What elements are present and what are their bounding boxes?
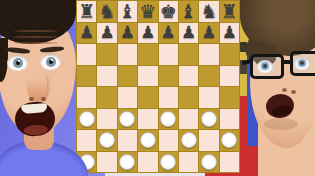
black-knight[interactable]: ♞ <box>200 2 217 21</box>
black-pawn[interactable]: ♟ <box>181 24 196 41</box>
square-f4[interactable] <box>179 87 198 108</box>
black-king[interactable]: ♚ <box>160 2 177 21</box>
square-g2[interactable] <box>199 130 218 151</box>
square-d6[interactable] <box>138 44 157 65</box>
square-g4[interactable] <box>199 87 218 108</box>
white-checker[interactable] <box>181 132 197 148</box>
square-g6[interactable] <box>199 44 218 65</box>
square-b7[interactable]: ♟ <box>97 23 116 44</box>
eye-glint <box>51 59 53 61</box>
chin-shadow <box>264 118 298 130</box>
black-bishop[interactable]: ♝ <box>180 2 197 21</box>
square-b5[interactable] <box>97 66 116 87</box>
white-checker[interactable] <box>119 111 135 127</box>
square-b1[interactable] <box>97 152 116 173</box>
square-e5[interactable] <box>159 66 178 87</box>
black-pawn[interactable]: ♟ <box>201 24 216 41</box>
square-f7[interactable]: ♟ <box>179 23 198 44</box>
forehead-wrinkle <box>13 36 57 38</box>
square-c7[interactable]: ♟ <box>118 23 137 44</box>
square-b2[interactable] <box>97 130 116 151</box>
left-portrait <box>0 0 100 176</box>
white-checker[interactable] <box>160 111 176 127</box>
square-c3[interactable] <box>118 109 137 130</box>
white-checker[interactable] <box>201 154 217 170</box>
thumbnail-canvas: ♜♞♝♛♚♝♞♜♟♟♟♟♟♟♟♟ <box>0 0 315 176</box>
square-b6[interactable] <box>97 44 116 65</box>
nostril <box>29 97 34 101</box>
nostril <box>41 97 46 101</box>
glasses-left-lens <box>250 54 284 79</box>
square-e2[interactable] <box>159 130 178 151</box>
white-checker[interactable] <box>160 154 176 170</box>
glasses-bridge <box>282 60 292 64</box>
square-c5[interactable] <box>118 66 137 87</box>
black-pawn[interactable]: ♟ <box>161 24 176 41</box>
square-e6[interactable] <box>159 44 178 65</box>
square-b8[interactable]: ♞ <box>97 1 116 22</box>
square-f6[interactable] <box>179 44 198 65</box>
square-d3[interactable] <box>138 109 157 130</box>
game-board[interactable]: ♜♞♝♛♚♝♞♜♟♟♟♟♟♟♟♟ <box>76 0 240 173</box>
square-f5[interactable] <box>179 66 198 87</box>
forehead-wrinkle <box>14 30 58 32</box>
square-g3[interactable] <box>199 109 218 130</box>
black-pawn[interactable]: ♟ <box>120 24 135 41</box>
square-d8[interactable]: ♛ <box>138 1 157 22</box>
black-pawn[interactable]: ♟ <box>99 24 114 41</box>
forehead-wrinkle <box>14 42 58 44</box>
eye-glint <box>18 60 20 62</box>
square-c6[interactable] <box>118 44 137 65</box>
black-pawn[interactable]: ♟ <box>140 24 155 41</box>
square-f2[interactable] <box>179 130 198 151</box>
nostril <box>291 90 296 94</box>
square-d4[interactable] <box>138 87 157 108</box>
square-c4[interactable] <box>118 87 137 108</box>
square-c8[interactable]: ♝ <box>118 1 137 22</box>
white-checker[interactable] <box>201 111 217 127</box>
black-queen[interactable]: ♛ <box>139 2 156 21</box>
square-e7[interactable]: ♟ <box>159 23 178 44</box>
square-e4[interactable] <box>159 87 178 108</box>
nostril <box>282 88 287 92</box>
square-f8[interactable]: ♝ <box>179 1 198 22</box>
square-e1[interactable] <box>159 152 178 173</box>
square-d5[interactable] <box>138 66 157 87</box>
square-e8[interactable]: ♚ <box>159 1 178 22</box>
square-b3[interactable] <box>97 109 116 130</box>
square-b4[interactable] <box>97 87 116 108</box>
teeth <box>21 103 48 114</box>
square-g5[interactable] <box>199 66 218 87</box>
square-e3[interactable] <box>159 109 178 130</box>
square-c2[interactable] <box>118 130 137 151</box>
black-knight[interactable]: ♞ <box>99 2 116 21</box>
tongue <box>23 124 48 136</box>
square-g1[interactable] <box>199 152 218 173</box>
square-g8[interactable]: ♞ <box>199 1 218 22</box>
square-f1[interactable] <box>179 152 198 173</box>
square-c1[interactable] <box>118 152 137 173</box>
square-f3[interactable] <box>179 109 198 130</box>
glasses-right-lens <box>290 51 315 76</box>
white-checker[interactable] <box>99 132 115 148</box>
square-d7[interactable]: ♟ <box>138 23 157 44</box>
right-portrait <box>230 0 315 176</box>
square-d2[interactable] <box>138 130 157 151</box>
white-checker[interactable] <box>140 132 156 148</box>
white-checker[interactable] <box>119 154 135 170</box>
square-g7[interactable]: ♟ <box>199 23 218 44</box>
square-d1[interactable] <box>138 152 157 173</box>
black-bishop[interactable]: ♝ <box>119 2 136 21</box>
